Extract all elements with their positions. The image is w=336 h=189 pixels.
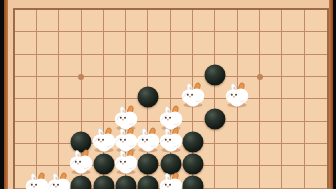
black-stone[interactable] [182,131,203,152]
white-rabbit-stone[interactable] [112,149,139,175]
black-stone[interactable] [205,64,226,85]
black-stone[interactable] [71,176,92,189]
board-overlay [4,0,333,189]
black-stone[interactable] [138,86,159,107]
white-rabbit-stone[interactable] [46,172,73,189]
white-rabbit-stone[interactable] [157,172,184,189]
black-stone[interactable] [115,176,136,189]
game-screen [0,0,336,189]
black-stone[interactable] [182,176,203,189]
star-point [257,74,263,80]
black-stone[interactable] [138,176,159,189]
black-stone[interactable] [93,176,114,189]
board-left-edge [4,0,8,189]
white-rabbit-stone[interactable] [224,82,251,108]
letterbox-left [0,0,4,189]
black-stone[interactable] [182,153,203,174]
black-stone[interactable] [93,153,114,174]
star-point [78,74,84,80]
black-stone[interactable] [205,109,226,130]
letterbox-right [333,0,336,189]
black-stone[interactable] [138,153,159,174]
gomoku-board[interactable] [4,0,333,189]
white-rabbit-stone[interactable] [157,127,184,153]
